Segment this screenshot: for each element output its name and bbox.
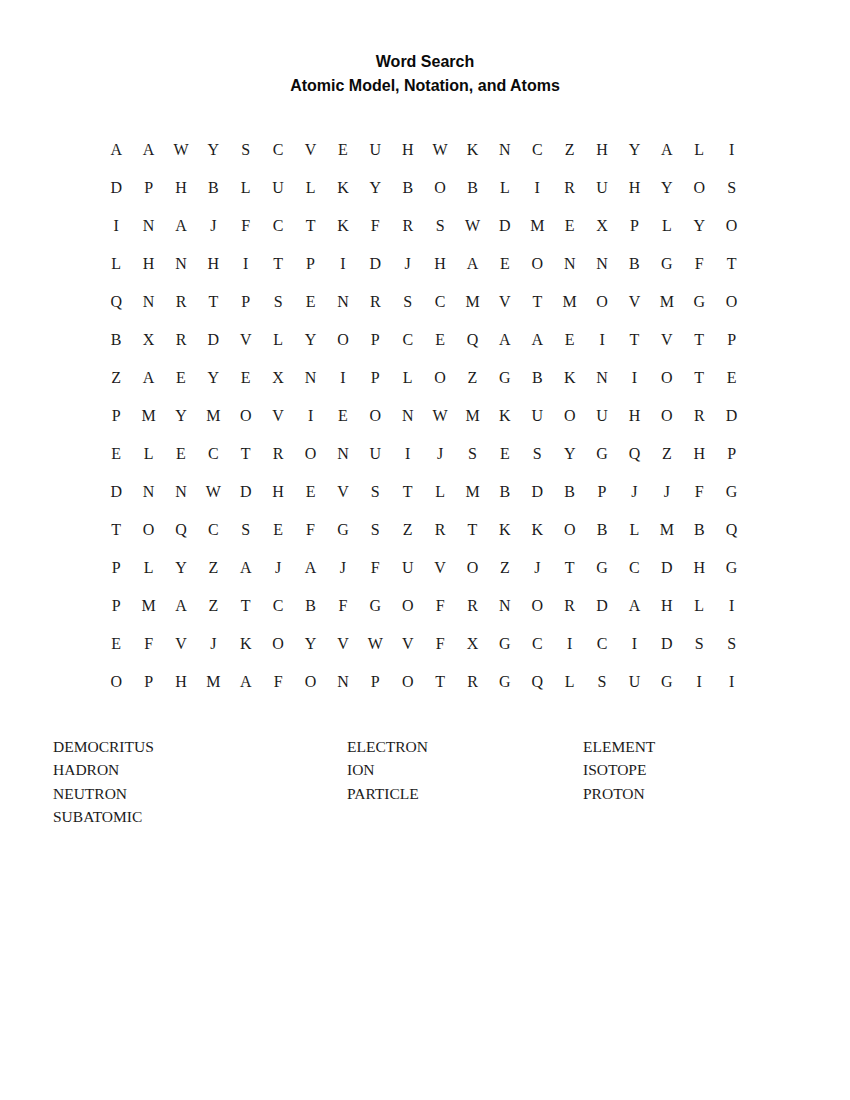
grid-cell: O: [683, 169, 715, 207]
grid-cell: F: [359, 207, 391, 245]
grid-cell: A: [456, 245, 488, 283]
grid-cell: F: [683, 245, 715, 283]
grid-cell: A: [100, 131, 132, 169]
grid-cell: M: [132, 587, 164, 625]
grid-cell: H: [424, 245, 456, 283]
grid-cell: L: [392, 359, 424, 397]
grid-cell: E: [230, 359, 262, 397]
grid-cell: M: [197, 397, 229, 435]
grid-cell: H: [262, 473, 294, 511]
grid-cell: G: [327, 511, 359, 549]
grid-cell: K: [327, 169, 359, 207]
grid-cell: Y: [294, 625, 326, 663]
grid-cell: L: [230, 169, 262, 207]
grid-cell: Z: [651, 435, 683, 473]
word-bank-word: PARTICLE: [347, 782, 428, 805]
grid-cell: M: [456, 283, 488, 321]
word-bank-word: ION: [347, 758, 428, 781]
grid-cell: N: [132, 207, 164, 245]
grid-cell: N: [489, 587, 521, 625]
grid-cell: I: [294, 397, 326, 435]
grid-cell: T: [456, 511, 488, 549]
grid-cell: E: [165, 359, 197, 397]
grid-cell: D: [715, 397, 747, 435]
grid-cell: B: [618, 245, 650, 283]
grid-cell: O: [230, 397, 262, 435]
grid-cell: O: [521, 587, 553, 625]
grid-cell: P: [230, 283, 262, 321]
grid-cell: D: [521, 473, 553, 511]
grid-cell: K: [489, 511, 521, 549]
grid-cell: R: [553, 587, 585, 625]
grid-cell: L: [294, 169, 326, 207]
grid-cell: D: [359, 245, 391, 283]
grid-cell: Q: [456, 321, 488, 359]
grid-cell: E: [100, 435, 132, 473]
grid-cell: E: [715, 359, 747, 397]
grid-cell: C: [262, 587, 294, 625]
grid-cell: F: [424, 587, 456, 625]
grid-cell: F: [262, 663, 294, 701]
grid-cell: F: [327, 587, 359, 625]
grid-cell: Z: [553, 131, 585, 169]
grid-cell: Y: [683, 207, 715, 245]
grid-cell: H: [586, 131, 618, 169]
grid-cell: V: [424, 549, 456, 587]
grid-cell: I: [521, 169, 553, 207]
grid-cell: I: [715, 587, 747, 625]
grid-cell: D: [489, 207, 521, 245]
grid-cell: Y: [651, 169, 683, 207]
grid-cell: L: [651, 207, 683, 245]
word-search-grid: AAWYSCVEUHWKNCZHYALIDPHBLULKYBOBLIRUHYOS…: [100, 131, 748, 701]
word-bank-column-2: ELECTRONIONPARTICLE: [347, 735, 428, 805]
grid-cell: L: [553, 663, 585, 701]
grid-cell: R: [165, 283, 197, 321]
grid-cell: O: [456, 549, 488, 587]
grid-cell: S: [715, 625, 747, 663]
grid-cell: G: [586, 435, 618, 473]
grid-cell: I: [715, 663, 747, 701]
grid-cell: D: [586, 587, 618, 625]
grid-cell: L: [683, 587, 715, 625]
grid-cell: O: [327, 321, 359, 359]
grid-cell: T: [197, 283, 229, 321]
grid-cell: N: [392, 397, 424, 435]
grid-cell: B: [553, 473, 585, 511]
grid-cell: O: [294, 435, 326, 473]
grid-cell: Q: [618, 435, 650, 473]
puzzle-title-line1: Word Search: [0, 50, 850, 74]
grid-cell: X: [456, 625, 488, 663]
grid-cell: R: [392, 207, 424, 245]
grid-cell: H: [165, 663, 197, 701]
grid-cell: T: [230, 587, 262, 625]
grid-cell: E: [553, 207, 585, 245]
grid-cell: O: [392, 663, 424, 701]
grid-cell: B: [392, 169, 424, 207]
grid-cell: V: [327, 625, 359, 663]
grid-cell: O: [553, 511, 585, 549]
grid-cell: G: [489, 359, 521, 397]
grid-cell: R: [165, 321, 197, 359]
grid-cell: X: [262, 359, 294, 397]
grid-cell: O: [424, 169, 456, 207]
grid-cell: O: [132, 511, 164, 549]
grid-cell: R: [456, 663, 488, 701]
grid-cell: I: [230, 245, 262, 283]
grid-cell: B: [521, 359, 553, 397]
grid-cell: K: [553, 359, 585, 397]
grid-cell: D: [197, 321, 229, 359]
grid-cell: U: [586, 169, 618, 207]
word-bank-column-3: ELEMENTISOTOPEPROTON: [583, 735, 655, 805]
grid-cell: A: [132, 359, 164, 397]
grid-cell: R: [359, 283, 391, 321]
grid-cell: Z: [392, 511, 424, 549]
grid-cell: M: [456, 397, 488, 435]
grid-cell: Y: [165, 549, 197, 587]
grid-cell: V: [489, 283, 521, 321]
grid-cell: P: [100, 549, 132, 587]
grid-cell: S: [230, 131, 262, 169]
grid-cell: V: [327, 473, 359, 511]
word-bank-word: ELECTRON: [347, 735, 428, 758]
grid-cell: A: [521, 321, 553, 359]
grid-cell: G: [683, 283, 715, 321]
grid-cell: E: [100, 625, 132, 663]
grid-cell: U: [586, 397, 618, 435]
grid-cell: B: [197, 169, 229, 207]
grid-cell: E: [489, 245, 521, 283]
grid-cell: S: [456, 435, 488, 473]
grid-cell: G: [651, 245, 683, 283]
grid-cell: U: [521, 397, 553, 435]
grid-cell: S: [359, 511, 391, 549]
grid-cell: P: [100, 397, 132, 435]
grid-cell: L: [100, 245, 132, 283]
grid-cell: Q: [100, 283, 132, 321]
grid-cell: I: [683, 663, 715, 701]
grid-cell: P: [586, 473, 618, 511]
grid-cell: P: [294, 245, 326, 283]
grid-cell: F: [230, 207, 262, 245]
grid-cell: H: [651, 587, 683, 625]
grid-cell: X: [132, 321, 164, 359]
grid-cell: M: [521, 207, 553, 245]
grid-cell: U: [392, 549, 424, 587]
grid-cell: E: [262, 511, 294, 549]
grid-cell: G: [359, 587, 391, 625]
grid-cell: D: [100, 473, 132, 511]
grid-cell: N: [294, 359, 326, 397]
grid-cell: I: [392, 435, 424, 473]
grid-cell: C: [521, 625, 553, 663]
grid-cell: T: [424, 663, 456, 701]
grid-cell: J: [618, 473, 650, 511]
grid-cell: S: [392, 283, 424, 321]
grid-cell: B: [586, 511, 618, 549]
grid-cell: A: [230, 549, 262, 587]
grid-cell: P: [100, 587, 132, 625]
grid-cell: M: [651, 511, 683, 549]
grid-cell: T: [521, 283, 553, 321]
grid-cell: M: [651, 283, 683, 321]
grid-cell: N: [132, 283, 164, 321]
grid-cell: C: [262, 207, 294, 245]
word-bank-word: NEUTRON: [53, 782, 154, 805]
grid-cell: N: [327, 663, 359, 701]
grid-cell: H: [197, 245, 229, 283]
grid-cell: V: [165, 625, 197, 663]
grid-cell: O: [359, 397, 391, 435]
grid-cell: A: [618, 587, 650, 625]
grid-cell: H: [618, 397, 650, 435]
grid-cell: H: [392, 131, 424, 169]
grid-cell: S: [586, 663, 618, 701]
grid-cell: M: [132, 397, 164, 435]
grid-cell: D: [230, 473, 262, 511]
grid-cell: P: [715, 435, 747, 473]
grid-cell: C: [392, 321, 424, 359]
grid-cell: A: [165, 207, 197, 245]
grid-cell: G: [489, 663, 521, 701]
grid-cell: H: [683, 435, 715, 473]
grid-cell: E: [165, 435, 197, 473]
grid-cell: J: [327, 549, 359, 587]
grid-cell: N: [165, 473, 197, 511]
grid-cell: M: [553, 283, 585, 321]
grid-cell: S: [715, 169, 747, 207]
grid-cell: E: [327, 397, 359, 435]
grid-cell: K: [230, 625, 262, 663]
grid-cell: W: [165, 131, 197, 169]
grid-cell: I: [553, 625, 585, 663]
grid-cell: C: [424, 283, 456, 321]
grid-cell: R: [456, 587, 488, 625]
grid-cell: Y: [197, 359, 229, 397]
grid-cell: H: [683, 549, 715, 587]
grid-cell: R: [553, 169, 585, 207]
grid-cell: I: [100, 207, 132, 245]
grid-cell: A: [489, 321, 521, 359]
grid-cell: J: [392, 245, 424, 283]
grid-cell: N: [489, 131, 521, 169]
grid-cell: V: [651, 321, 683, 359]
grid-cell: K: [521, 511, 553, 549]
grid-cell: J: [262, 549, 294, 587]
grid-cell: I: [618, 359, 650, 397]
word-bank: DEMOCRITUSHADRONNEUTRONSUBATOMIC ELECTRO…: [0, 735, 850, 835]
grid-cell: Y: [553, 435, 585, 473]
grid-cell: D: [651, 549, 683, 587]
grid-cell: M: [456, 473, 488, 511]
grid-cell: Z: [100, 359, 132, 397]
grid-cell: A: [294, 549, 326, 587]
grid-cell: B: [100, 321, 132, 359]
grid-cell: O: [715, 283, 747, 321]
word-bank-column-1: DEMOCRITUSHADRONNEUTRONSUBATOMIC: [53, 735, 154, 828]
grid-cell: R: [683, 397, 715, 435]
grid-cell: K: [489, 397, 521, 435]
grid-cell: O: [651, 397, 683, 435]
grid-cell: F: [424, 625, 456, 663]
grid-cell: E: [327, 131, 359, 169]
puzzle-title-line2: Atomic Model, Notation, and Atoms: [0, 74, 850, 98]
word-bank-word: ISOTOPE: [583, 758, 655, 781]
grid-cell: U: [359, 131, 391, 169]
grid-cell: J: [521, 549, 553, 587]
grid-cell: S: [359, 473, 391, 511]
grid-cell: F: [294, 511, 326, 549]
grid-cell: N: [586, 245, 618, 283]
grid-cell: M: [197, 663, 229, 701]
grid-cell: O: [651, 359, 683, 397]
grid-cell: L: [132, 549, 164, 587]
grid-cell: A: [165, 587, 197, 625]
grid-cell: A: [132, 131, 164, 169]
grid-cell: V: [618, 283, 650, 321]
grid-cell: P: [132, 663, 164, 701]
grid-cell: F: [683, 473, 715, 511]
grid-cell: Z: [489, 549, 521, 587]
grid-cell: A: [651, 131, 683, 169]
grid-cell: R: [424, 511, 456, 549]
grid-cell: L: [262, 321, 294, 359]
grid-cell: V: [230, 321, 262, 359]
grid-cell: Z: [197, 587, 229, 625]
grid-cell: C: [262, 131, 294, 169]
grid-cell: T: [262, 245, 294, 283]
grid-cell: U: [618, 663, 650, 701]
grid-cell: Q: [521, 663, 553, 701]
grid-cell: S: [424, 207, 456, 245]
grid-cell: W: [456, 207, 488, 245]
grid-cell: S: [521, 435, 553, 473]
grid-cell: Q: [165, 511, 197, 549]
grid-cell: O: [715, 207, 747, 245]
grid-cell: J: [651, 473, 683, 511]
grid-cell: W: [424, 397, 456, 435]
grid-cell: Y: [359, 169, 391, 207]
grid-cell: N: [586, 359, 618, 397]
grid-cell: P: [132, 169, 164, 207]
grid-cell: P: [359, 321, 391, 359]
grid-cell: X: [586, 207, 618, 245]
grid-cell: D: [651, 625, 683, 663]
grid-cell: E: [489, 435, 521, 473]
grid-cell: G: [715, 473, 747, 511]
grid-cell: I: [715, 131, 747, 169]
grid-cell: G: [651, 663, 683, 701]
grid-cell: C: [197, 435, 229, 473]
grid-cell: V: [294, 131, 326, 169]
grid-cell: P: [715, 321, 747, 359]
grid-cell: P: [359, 663, 391, 701]
grid-cell: T: [618, 321, 650, 359]
grid-cell: T: [230, 435, 262, 473]
grid-cell: K: [456, 131, 488, 169]
grid-cell: L: [424, 473, 456, 511]
grid-cell: B: [683, 511, 715, 549]
grid-cell: L: [683, 131, 715, 169]
grid-cell: U: [262, 169, 294, 207]
word-bank-word: HADRON: [53, 758, 154, 781]
grid-cell: T: [294, 207, 326, 245]
word-bank-word: ELEMENT: [583, 735, 655, 758]
grid-cell: F: [359, 549, 391, 587]
grid-cell: Z: [197, 549, 229, 587]
grid-cell: W: [197, 473, 229, 511]
grid-cell: C: [586, 625, 618, 663]
grid-cell: B: [294, 587, 326, 625]
grid-cell: I: [327, 359, 359, 397]
grid-cell: T: [715, 245, 747, 283]
grid-cell: N: [165, 245, 197, 283]
grid-cell: T: [392, 473, 424, 511]
grid-cell: Y: [197, 131, 229, 169]
grid-cell: D: [100, 169, 132, 207]
grid-cell: B: [489, 473, 521, 511]
puzzle-title: Word Search Atomic Model, Notation, and …: [0, 50, 850, 98]
word-bank-word: PROTON: [583, 782, 655, 805]
grid-cell: T: [553, 549, 585, 587]
grid-cell: E: [424, 321, 456, 359]
grid-cell: B: [456, 169, 488, 207]
grid-cell: Y: [165, 397, 197, 435]
grid-cell: O: [392, 587, 424, 625]
grid-cell: S: [262, 283, 294, 321]
grid-cell: J: [424, 435, 456, 473]
grid-cell: N: [132, 473, 164, 511]
grid-cell: L: [489, 169, 521, 207]
grid-cell: V: [262, 397, 294, 435]
grid-cell: J: [197, 625, 229, 663]
grid-cell: C: [521, 131, 553, 169]
grid-cell: E: [294, 473, 326, 511]
grid-cell: G: [586, 549, 618, 587]
grid-cell: C: [197, 511, 229, 549]
word-bank-word: SUBATOMIC: [53, 805, 154, 828]
grid-cell: J: [197, 207, 229, 245]
grid-cell: W: [359, 625, 391, 663]
grid-cell: L: [132, 435, 164, 473]
grid-cell: Y: [294, 321, 326, 359]
grid-cell: E: [553, 321, 585, 359]
grid-cell: A: [230, 663, 262, 701]
grid-cell: T: [683, 321, 715, 359]
grid-cell: O: [553, 397, 585, 435]
grid-cell: C: [618, 549, 650, 587]
grid-cell: V: [392, 625, 424, 663]
grid-cell: P: [359, 359, 391, 397]
grid-cell: Y: [618, 131, 650, 169]
grid-cell: O: [586, 283, 618, 321]
grid-cell: P: [618, 207, 650, 245]
grid-cell: R: [262, 435, 294, 473]
grid-cell: O: [424, 359, 456, 397]
grid-cell: H: [165, 169, 197, 207]
grid-cell: U: [359, 435, 391, 473]
grid-cell: G: [715, 549, 747, 587]
grid-cell: O: [262, 625, 294, 663]
grid-cell: N: [553, 245, 585, 283]
grid-cell: Z: [456, 359, 488, 397]
grid-cell: N: [327, 435, 359, 473]
grid-cell: F: [132, 625, 164, 663]
grid-cell: W: [424, 131, 456, 169]
grid-cell: Q: [715, 511, 747, 549]
